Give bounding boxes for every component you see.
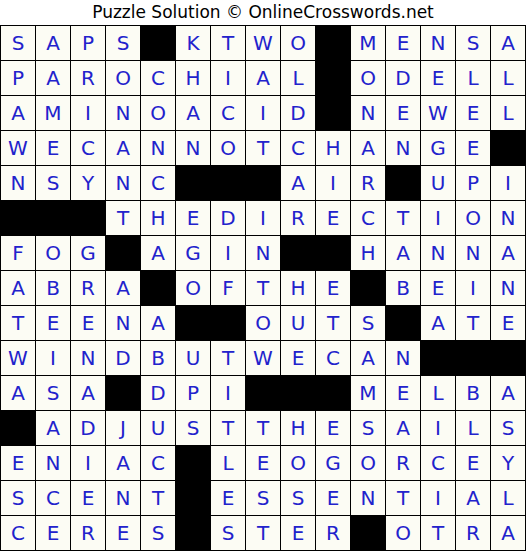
letter-cell-r2c1: P [0, 60, 35, 95]
letter-cell-r13c7: L [210, 445, 245, 480]
block-cell-r10c14 [455, 340, 490, 375]
letter-cell-r4c2: E [35, 130, 70, 165]
letter-cell-r3c9: D [280, 95, 315, 130]
letter-cell-r13c12: R [385, 445, 420, 480]
letter-cell-r14c1: S [0, 480, 35, 515]
letter-cell-r4c9: C [280, 130, 315, 165]
letter-cell-r11c7: I [210, 375, 245, 410]
letter-cell-r2c6: H [175, 60, 210, 95]
letter-cell-r10c3: N [70, 340, 105, 375]
letter-cell-r6c10: E [315, 200, 350, 235]
letter-cell-r7c15: A [490, 235, 525, 270]
letter-cell-r6c8: I [245, 200, 280, 235]
letter-cell-r9c1: T [0, 305, 35, 340]
letter-cell-r12c8: T [245, 410, 280, 445]
letter-cell-r14c12: T [385, 480, 420, 515]
block-cell-r2c10 [315, 60, 350, 95]
letter-cell-r14c11: N [350, 480, 385, 515]
letter-cell-r2c8: A [245, 60, 280, 95]
letter-cell-r3c7: C [210, 95, 245, 130]
letter-cell-r9c4: N [105, 305, 140, 340]
letter-cell-r4c6: N [175, 130, 210, 165]
block-cell-r7c4 [105, 235, 140, 270]
letter-cell-r11c2: S [35, 375, 70, 410]
letter-cell-r5c2: S [35, 165, 70, 200]
letter-cell-r14c15: L [490, 480, 525, 515]
letter-cell-r7c13: N [420, 235, 455, 270]
letter-cell-r3c11: N [350, 95, 385, 130]
letter-cell-r1c13: N [420, 25, 455, 60]
letter-cell-r15c4: E [105, 515, 140, 550]
letter-cell-r14c5: T [140, 480, 175, 515]
block-cell-r10c15 [490, 340, 525, 375]
letter-cell-r14c3: E [70, 480, 105, 515]
letter-cell-r11c5: D [140, 375, 175, 410]
letter-cell-r14c9: S [280, 480, 315, 515]
letter-cell-r13c14: E [455, 445, 490, 480]
letter-cell-r7c3: G [70, 235, 105, 270]
letter-cell-r3c5: O [140, 95, 175, 130]
letter-cell-r6c4: T [105, 200, 140, 235]
letter-cell-r7c5: A [140, 235, 175, 270]
letter-cell-r12c6: S [175, 410, 210, 445]
letter-cell-r5c9: A [280, 165, 315, 200]
letter-cell-r14c7: E [210, 480, 245, 515]
letter-cell-r8c7: F [210, 270, 245, 305]
letter-cell-r6c7: D [210, 200, 245, 235]
letter-cell-r8c3: R [70, 270, 105, 305]
letter-cell-r1c6: K [175, 25, 210, 60]
letter-cell-r7c8: N [245, 235, 280, 270]
letter-cell-r10c7: T [210, 340, 245, 375]
letter-cell-r8c9: H [280, 270, 315, 305]
letter-cell-r5c15: I [490, 165, 525, 200]
letter-cell-r15c14: R [455, 515, 490, 550]
letter-cell-r10c10: C [315, 340, 350, 375]
letter-cell-r2c4: O [105, 60, 140, 95]
letter-cell-r15c12: O [385, 515, 420, 550]
letter-cell-r3c3: I [70, 95, 105, 130]
letter-cell-r5c4: N [105, 165, 140, 200]
letter-cell-r10c8: W [245, 340, 280, 375]
letter-cell-r4c14: E [455, 130, 490, 165]
letter-cell-r3c14: E [455, 95, 490, 130]
letter-cell-r4c13: G [420, 130, 455, 165]
letter-cell-r6c13: I [420, 200, 455, 235]
letter-cell-r7c1: F [0, 235, 35, 270]
letter-cell-r13c13: C [420, 445, 455, 480]
letter-cell-r5c10: I [315, 165, 350, 200]
letter-cell-r1c3: P [70, 25, 105, 60]
puzzle-solution-page: Puzzle Solution © OnlineCrosswords.net S… [0, 0, 526, 551]
letter-cell-r10c5: B [140, 340, 175, 375]
letter-cell-r6c12: T [385, 200, 420, 235]
block-cell-r6c3 [70, 200, 105, 235]
block-cell-r9c7 [210, 305, 245, 340]
letter-cell-r6c5: H [140, 200, 175, 235]
block-cell-r1c10 [315, 25, 350, 60]
letter-cell-r8c6: O [175, 270, 210, 305]
letter-cell-r2c12: D [385, 60, 420, 95]
letter-cell-r9c11: S [350, 305, 385, 340]
letter-cell-r3c15: L [490, 95, 525, 130]
block-cell-r5c12 [385, 165, 420, 200]
letter-cell-r6c6: E [175, 200, 210, 235]
letter-cell-r12c14: L [455, 410, 490, 445]
letter-cell-r5c13: U [420, 165, 455, 200]
letter-cell-r7c12: A [385, 235, 420, 270]
letter-cell-r6c11: C [350, 200, 385, 235]
letter-cell-r6c15: N [490, 200, 525, 235]
letter-cell-r12c11: S [350, 410, 385, 445]
letter-cell-r7c14: N [455, 235, 490, 270]
letter-cell-r2c5: C [140, 60, 175, 95]
letter-cell-r7c7: I [210, 235, 245, 270]
letter-cell-r15c7: S [210, 515, 245, 550]
letter-cell-r1c15: A [490, 25, 525, 60]
letter-cell-r12c12: A [385, 410, 420, 445]
block-cell-r12c1 [0, 410, 35, 445]
letter-cell-r14c14: A [455, 480, 490, 515]
letter-cell-r1c1: S [0, 25, 35, 60]
letter-cell-r5c5: C [140, 165, 175, 200]
letter-cell-r15c10: R [315, 515, 350, 550]
letter-cell-r4c8: T [245, 130, 280, 165]
letter-cell-r3c8: I [245, 95, 280, 130]
letter-cell-r11c12: E [385, 375, 420, 410]
block-cell-r9c6 [175, 305, 210, 340]
letter-cell-r11c1: A [0, 375, 35, 410]
block-cell-r6c1 [0, 200, 35, 235]
letter-cell-r1c12: E [385, 25, 420, 60]
letter-cell-r15c5: S [140, 515, 175, 550]
letter-cell-r1c4: S [105, 25, 140, 60]
block-cell-r8c11 [350, 270, 385, 305]
letter-cell-r12c13: I [420, 410, 455, 445]
letter-cell-r14c8: S [245, 480, 280, 515]
letter-cell-r4c10: H [315, 130, 350, 165]
letter-cell-r13c15: Y [490, 445, 525, 480]
letter-cell-r8c14: I [455, 270, 490, 305]
letter-cell-r13c9: O [280, 445, 315, 480]
letter-cell-r9c8: O [245, 305, 280, 340]
letter-cell-r9c2: E [35, 305, 70, 340]
letter-cell-r2c9: L [280, 60, 315, 95]
letter-cell-r2c11: O [350, 60, 385, 95]
letter-cell-r14c2: C [35, 480, 70, 515]
letter-cell-r2c14: L [455, 60, 490, 95]
letter-cell-r2c2: A [35, 60, 70, 95]
letter-cell-r5c11: R [350, 165, 385, 200]
page-title: Puzzle Solution © OnlineCrosswords.net [92, 0, 434, 25]
letter-cell-r12c15: S [490, 410, 525, 445]
letter-cell-r15c3: R [70, 515, 105, 550]
block-cell-r14c6 [175, 480, 210, 515]
letter-cell-r12c4: J [105, 410, 140, 445]
block-cell-r15c11 [350, 515, 385, 550]
letter-cell-r12c10: E [315, 410, 350, 445]
letter-cell-r13c5: C [140, 445, 175, 480]
letter-cell-r15c15: A [490, 515, 525, 550]
letter-cell-r15c13: T [420, 515, 455, 550]
letter-cell-r3c1: A [0, 95, 35, 130]
block-cell-r5c7 [210, 165, 245, 200]
letter-cell-r3c4: N [105, 95, 140, 130]
block-cell-r11c10 [315, 375, 350, 410]
letter-cell-r15c1: C [0, 515, 35, 550]
letter-cell-r12c7: T [210, 410, 245, 445]
letter-cell-r9c3: E [70, 305, 105, 340]
letter-cell-r9c9: U [280, 305, 315, 340]
letter-cell-r13c8: E [245, 445, 280, 480]
letter-cell-r3c13: W [420, 95, 455, 130]
letter-cell-r10c9: E [280, 340, 315, 375]
block-cell-r7c10 [315, 235, 350, 270]
letter-cell-r10c12: N [385, 340, 420, 375]
letter-cell-r5c1: N [0, 165, 35, 200]
block-cell-r7c9 [280, 235, 315, 270]
block-cell-r15c6 [175, 515, 210, 550]
block-cell-r11c4 [105, 375, 140, 410]
block-cell-r9c12 [385, 305, 420, 340]
letter-cell-r1c7: T [210, 25, 245, 60]
letter-cell-r15c9: E [280, 515, 315, 550]
letter-cell-r4c7: O [210, 130, 245, 165]
block-cell-r1c5 [140, 25, 175, 60]
letter-cell-r2c13: E [420, 60, 455, 95]
letter-cell-r1c8: W [245, 25, 280, 60]
letter-cell-r13c11: O [350, 445, 385, 480]
letter-cell-r7c11: H [350, 235, 385, 270]
letter-cell-r4c1: W [0, 130, 35, 165]
letter-cell-r8c2: B [35, 270, 70, 305]
letter-cell-r13c2: N [35, 445, 70, 480]
block-cell-r8c5 [140, 270, 175, 305]
block-cell-r5c8 [245, 165, 280, 200]
letter-cell-r11c13: L [420, 375, 455, 410]
letter-cell-r1c2: A [35, 25, 70, 60]
letter-cell-r13c1: E [0, 445, 35, 480]
letter-cell-r12c3: D [70, 410, 105, 445]
letter-cell-r12c2: A [35, 410, 70, 445]
letter-cell-r10c4: D [105, 340, 140, 375]
letter-cell-r13c3: I [70, 445, 105, 480]
letter-cell-r12c5: U [140, 410, 175, 445]
letter-cell-r8c10: E [315, 270, 350, 305]
letter-cell-r10c6: U [175, 340, 210, 375]
letter-cell-r8c12: B [385, 270, 420, 305]
letter-cell-r6c14: O [455, 200, 490, 235]
letter-cell-r14c10: E [315, 480, 350, 515]
letter-cell-r9c14: T [455, 305, 490, 340]
letter-cell-r4c12: N [385, 130, 420, 165]
crossword-grid: SAPSKTWOMENSAPAROCHIALODELLAMINOACIDNEWE… [0, 25, 526, 551]
letter-cell-r11c11: M [350, 375, 385, 410]
letter-cell-r8c1: A [0, 270, 35, 305]
letter-cell-r3c12: E [385, 95, 420, 130]
letter-cell-r7c6: G [175, 235, 210, 270]
letter-cell-r3c2: M [35, 95, 70, 130]
letter-cell-r1c9: O [280, 25, 315, 60]
letter-cell-r3c6: A [175, 95, 210, 130]
letter-cell-r10c11: A [350, 340, 385, 375]
letter-cell-r4c3: C [70, 130, 105, 165]
letter-cell-r15c2: E [35, 515, 70, 550]
letter-cell-r11c3: A [70, 375, 105, 410]
block-cell-r13c6 [175, 445, 210, 480]
letter-cell-r9c13: A [420, 305, 455, 340]
letter-cell-r9c15: E [490, 305, 525, 340]
letter-cell-r4c4: A [105, 130, 140, 165]
letter-cell-r10c1: W [0, 340, 35, 375]
title-bar: Puzzle Solution © OnlineCrosswords.net [0, 0, 526, 25]
letter-cell-r5c14: P [455, 165, 490, 200]
letter-cell-r8c15: N [490, 270, 525, 305]
block-cell-r11c8 [245, 375, 280, 410]
letter-cell-r11c6: P [175, 375, 210, 410]
letter-cell-r1c11: M [350, 25, 385, 60]
letter-cell-r12c9: H [280, 410, 315, 445]
block-cell-r11c9 [280, 375, 315, 410]
letter-cell-r8c4: A [105, 270, 140, 305]
letter-cell-r2c7: I [210, 60, 245, 95]
letter-cell-r11c14: B [455, 375, 490, 410]
letter-cell-r13c10: G [315, 445, 350, 480]
letter-cell-r8c13: E [420, 270, 455, 305]
block-cell-r6c2 [35, 200, 70, 235]
letter-cell-r9c10: T [315, 305, 350, 340]
letter-cell-r14c4: N [105, 480, 140, 515]
letter-cell-r9c5: A [140, 305, 175, 340]
letter-cell-r15c8: T [245, 515, 280, 550]
block-cell-r5c6 [175, 165, 210, 200]
letter-cell-r2c3: R [70, 60, 105, 95]
block-cell-r3c10 [315, 95, 350, 130]
letter-cell-r1c14: S [455, 25, 490, 60]
letter-cell-r13c4: A [105, 445, 140, 480]
letter-cell-r2c15: L [490, 60, 525, 95]
letter-cell-r4c5: N [140, 130, 175, 165]
letter-cell-r14c13: I [420, 480, 455, 515]
letter-cell-r4c11: A [350, 130, 385, 165]
letter-cell-r8c8: T [245, 270, 280, 305]
letter-cell-r7c2: O [35, 235, 70, 270]
letter-cell-r11c15: A [490, 375, 525, 410]
letter-cell-r6c9: R [280, 200, 315, 235]
letter-cell-r10c2: I [35, 340, 70, 375]
block-cell-r10c13 [420, 340, 455, 375]
block-cell-r4c15 [490, 130, 525, 165]
letter-cell-r5c3: Y [70, 165, 105, 200]
